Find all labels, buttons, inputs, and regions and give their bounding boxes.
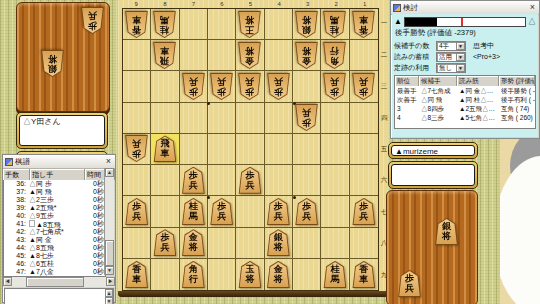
board-square-3六[interactable]	[293, 165, 321, 196]
board-square-6一[interactable]	[208, 9, 236, 40]
sente-name-plate: ▲murizeme	[388, 142, 478, 159]
kifu-comment-box[interactable]: ▲ ▼	[4, 288, 114, 304]
board-square-6九[interactable]	[208, 259, 236, 290]
analysis-control-row: 読みの蓄積活用▼<Pro+3>	[394, 51, 536, 62]
kifu-move-row[interactable]: 39:▲2五飛*0秒	[4, 204, 105, 212]
evaluation-bar-row: ▲ △	[394, 16, 536, 27]
board-square-4八[interactable]: 銀 将	[265, 228, 293, 259]
board-square-3一[interactable]: 銀 将	[293, 9, 321, 40]
kifu-move-row[interactable]: 47:▲7八金0秒	[4, 268, 105, 276]
shogi-piece-王将[interactable]: 王 将	[238, 11, 261, 38]
board-grid: 香 車桂 馬王 将銀 将桂 馬香 車飛 車金 将金 将角 行歩 兵歩 兵歩 兵歩…	[122, 8, 379, 291]
evaluation-bar-marker	[461, 18, 463, 26]
board-square-3八[interactable]	[293, 228, 321, 259]
shogi-piece-歩兵[interactable]: 歩 兵	[125, 198, 148, 225]
board-square-9五[interactable]: 歩 兵	[123, 134, 151, 165]
board-square-7二[interactable]	[180, 40, 208, 71]
board-square-9二[interactable]	[123, 40, 151, 71]
board-square-7三[interactable]: 歩 兵	[180, 71, 208, 102]
board-square-2一[interactable]: 桂 馬	[321, 9, 349, 40]
board-square-5二[interactable]: 金 将	[236, 40, 264, 71]
file-label-3: 3	[293, 0, 322, 8]
file-label-4: 4	[265, 0, 294, 8]
board-square-7四[interactable]	[180, 103, 208, 134]
chevron-down-icon[interactable]: ▼	[456, 42, 465, 50]
board-square-5九[interactable]: 玉 将	[236, 259, 264, 290]
board-square-4六[interactable]	[265, 165, 293, 196]
board-square-4五[interactable]	[265, 134, 293, 165]
shogi-piece-桂馬[interactable]: 桂 馬	[323, 11, 346, 38]
board-square-8一[interactable]: 桂 馬	[151, 9, 179, 40]
shogi-piece-香車[interactable]: 香 車	[352, 261, 375, 288]
shogi-piece-歩兵[interactable]: 歩 兵	[295, 104, 318, 131]
gote-name-label: △Y田さん	[19, 115, 105, 146]
shogi-piece-金将[interactable]: 金 将	[267, 261, 290, 288]
kifu-move-row[interactable]: 43:▲同 金0秒	[4, 236, 105, 244]
board-square-5六[interactable]: 歩 兵	[236, 165, 264, 196]
file-label-8: 8	[151, 0, 180, 8]
board-square-5五[interactable]	[236, 134, 264, 165]
close-icon[interactable]: ×	[528, 3, 537, 12]
board-square-2九[interactable]: 桂 馬	[321, 259, 349, 290]
scroll-up-icon[interactable]: ▲	[105, 289, 113, 297]
shogi-piece-歩兵[interactable]: 歩 兵	[267, 73, 290, 100]
scroll-right-icon[interactable]: ▶	[106, 277, 115, 286]
rank-label-一: 一	[380, 8, 388, 39]
kifu-header-moveno: 手数	[3, 169, 30, 180]
board-square-2三[interactable]: 歩 兵	[321, 71, 349, 102]
candidate-table-header: 順位候補手読み筋形勢 (評価値)	[395, 76, 535, 86]
board-square-1八[interactable]	[350, 228, 378, 259]
analysis-window-title: 検討	[403, 3, 526, 13]
shogi-piece-歩兵[interactable]: 歩 兵	[210, 198, 233, 225]
close-icon[interactable]: ×	[104, 157, 113, 166]
kifu-vertical-scrollbar[interactable]: ▲ ▼	[104, 168, 114, 275]
board-square-5一[interactable]: 王 将	[236, 9, 264, 40]
sente-mark: ▲	[394, 17, 402, 27]
scrollbar-thumb[interactable]	[105, 240, 114, 266]
shogi-piece-歩兵[interactable]: 歩 兵	[182, 167, 205, 194]
analysis-control-row: 定跡の利用無し▼	[394, 62, 536, 73]
kifu-move-list[interactable]: 36:△同 歩0秒37:▲同 飛0秒38:△2三歩0秒39:▲2五飛*0秒40:…	[3, 180, 106, 277]
board-square-4三[interactable]: 歩 兵	[265, 71, 293, 102]
board-square-8六[interactable]	[151, 165, 179, 196]
board-square-8九[interactable]	[151, 259, 179, 290]
board-square-4四[interactable]	[265, 103, 293, 134]
kifu-move-row[interactable]: 42:△7七角成*0秒	[4, 228, 105, 236]
board-square-6五[interactable]	[208, 134, 236, 165]
board-square-7八[interactable]: 金 将	[180, 228, 208, 259]
shogi-piece-金将[interactable]: 金 将	[238, 42, 261, 69]
board-square-5三[interactable]: 歩 兵	[236, 71, 264, 102]
shogi-piece-歩兵[interactable]: 歩 兵	[352, 73, 375, 100]
kifu-move-row[interactable]: 36:△同 歩0秒	[4, 180, 105, 188]
board-square-9四[interactable]	[123, 103, 151, 134]
board-square-7六[interactable]: 歩 兵	[180, 165, 208, 196]
rank-label-三: 三	[380, 71, 388, 102]
sente-name-label: ▲murizeme	[391, 145, 475, 156]
board-square-6六[interactable]	[208, 165, 236, 196]
scroll-up-icon[interactable]: ▲	[105, 168, 114, 177]
shogi-piece-歩兵[interactable]: 歩 兵	[125, 135, 148, 162]
shogi-piece-歩兵[interactable]: 歩 兵	[352, 198, 375, 225]
kifu-window-icon	[5, 158, 13, 166]
kifu-move-row[interactable]: 41:▲8五飛0秒	[4, 220, 105, 228]
board-square-2四[interactable]	[321, 103, 349, 134]
board-square-9三[interactable]	[123, 71, 151, 102]
board-square-7五[interactable]	[180, 134, 208, 165]
shogi-piece-歩兵[interactable]: 歩 兵	[323, 73, 346, 100]
board-square-8三[interactable]	[151, 71, 179, 102]
board-square-2六[interactable]	[321, 165, 349, 196]
scroll-down-icon[interactable]: ▼	[105, 266, 114, 275]
board-square-9九[interactable]: 香 車	[123, 259, 151, 290]
board-square-9七[interactable]: 歩 兵	[123, 196, 151, 227]
candidate-move-row[interactable]: 3△8四歩▲2五飛△…互角 ( 74)	[395, 104, 535, 113]
shogi-piece-角行[interactable]: 角 行	[182, 261, 205, 288]
board-square-9一[interactable]: 香 車	[123, 9, 151, 40]
board-square-7七[interactable]: 桂 馬	[180, 196, 208, 227]
board-square-1九[interactable]: 香 車	[350, 259, 378, 290]
shogi-piece-歩兵[interactable]: 歩 兵	[398, 270, 421, 297]
board-square-6七[interactable]: 歩 兵	[208, 196, 236, 227]
board-bottom-edge	[118, 291, 388, 297]
file-label-1: 1	[351, 0, 380, 8]
board-square-5四[interactable]	[236, 103, 264, 134]
board-square-9八[interactable]	[123, 228, 151, 259]
chevron-down-icon[interactable]: ▼	[456, 53, 465, 61]
file-label-9: 9	[122, 0, 151, 8]
board-square-1七[interactable]: 歩 兵	[350, 196, 378, 227]
board-square-2七[interactable]	[321, 196, 349, 227]
shogi-piece-銀将[interactable]: 銀 将	[435, 218, 458, 245]
board-square-8二[interactable]: 飛 車	[151, 40, 179, 71]
board-square-5七[interactable]	[236, 196, 264, 227]
analysis-window: 検討 × ▲ △ 後手勝勢 (評価値 -2379) 候補手の数4手▼思考中読みの…	[390, 0, 540, 139]
board-square-4一[interactable]	[265, 9, 293, 40]
mascot-body	[500, 156, 540, 304]
analysis-window-icon	[393, 4, 401, 12]
board-square-6二[interactable]	[208, 40, 236, 71]
board-square-3七[interactable]: 歩 兵	[293, 196, 321, 227]
shogi-piece-歩兵[interactable]: 歩 兵	[238, 167, 261, 194]
shogi-piece-歩兵[interactable]: 歩 兵	[81, 7, 104, 34]
gote-captured-stand: 歩 兵銀 将	[16, 2, 110, 112]
dropdown-候補手の数[interactable]: 4手▼	[436, 41, 466, 51]
board-square-3二[interactable]: 金 将	[293, 40, 321, 71]
board-square-7一[interactable]	[180, 9, 208, 40]
candidate-move-row[interactable]: 次善手△同 飛▲同 桂△…後手有利 ( -562)	[395, 95, 535, 104]
kifu-move-row[interactable]: 38:△2三歩0秒	[4, 196, 105, 204]
kifu-move-row[interactable]: 46:△6五桂0秒	[4, 260, 105, 268]
shogi-piece-銀将[interactable]: 銀 将	[267, 229, 290, 256]
sente-captured-stand: 銀 将歩 兵	[386, 190, 478, 304]
board-square-3五[interactable]	[293, 134, 321, 165]
shogi-piece-銀将[interactable]: 銀 将	[41, 50, 64, 77]
shogi-piece-歩兵[interactable]: 歩 兵	[153, 229, 176, 256]
kifu-column-headers: 手数 指し手 時間	[3, 169, 115, 180]
scrollbar-thumb[interactable]	[26, 277, 84, 287]
kifu-move-row[interactable]: 45:▲8七歩0秒	[4, 252, 105, 260]
kifu-horizontal-scrollbar[interactable]: ◀ ▶	[3, 277, 115, 287]
board-square-8四[interactable]	[151, 103, 179, 134]
board-square-8八[interactable]: 歩 兵	[151, 228, 179, 259]
shogi-piece-銀将[interactable]: 銀 将	[295, 11, 318, 38]
evaluation-bar	[404, 17, 526, 27]
evaluation-status: 後手勝勢 (評価値 -2379)	[395, 28, 536, 38]
shogi-piece-歩兵[interactable]: 歩 兵	[295, 198, 318, 225]
candidate-moves-table[interactable]: 順位候補手読み筋形勢 (評価値)最善手△7七角成▲同 金△…後手勝勢 ( -23…	[394, 75, 536, 129]
board-square-1三[interactable]: 歩 兵	[350, 71, 378, 102]
board-square-1一[interactable]: 香 車	[350, 9, 378, 40]
kifu-move-row[interactable]: 37:▲同 飛0秒	[4, 188, 105, 196]
shogi-piece-歩兵[interactable]: 歩 兵	[182, 73, 205, 100]
board-square-4七[interactable]: 歩 兵	[265, 196, 293, 227]
kifu-move-row[interactable]: 44:△8五飛0秒	[4, 244, 105, 252]
file-label-7: 7	[179, 0, 208, 8]
board-square-1四[interactable]	[350, 103, 378, 134]
gote-name-plate: △Y田さん	[16, 112, 108, 149]
board-square-3九[interactable]	[293, 259, 321, 290]
board-square-1五[interactable]	[350, 134, 378, 165]
shogi-piece-飛車[interactable]: 飛 車	[153, 135, 176, 162]
analysis-control-row: 候補手の数4手▼思考中	[394, 40, 536, 51]
board-square-3三[interactable]	[293, 71, 321, 102]
shogi-piece-歩兵[interactable]: 歩 兵	[210, 73, 233, 100]
shogi-piece-玉将[interactable]: 玉 将	[238, 261, 261, 288]
chevron-down-icon[interactable]: ▼	[456, 64, 465, 72]
current-move-marker	[29, 220, 35, 227]
dropdown-読みの蓄積[interactable]: 活用▼	[436, 52, 466, 62]
board-square-7九[interactable]: 角 行	[180, 259, 208, 290]
shogi-piece-桂馬[interactable]: 桂 馬	[323, 261, 346, 288]
shogi-piece-香車[interactable]: 香 車	[125, 11, 148, 38]
shogi-board: 987654321 一二三四五六七八九 香 車桂 馬王 将銀 将桂 馬香 車飛 …	[118, 0, 388, 297]
kifu-move-row[interactable]: 40:△9五歩0秒	[4, 212, 105, 220]
board-square-1六[interactable]	[350, 165, 378, 196]
board-square-2二[interactable]: 角 行	[321, 40, 349, 71]
shogi-piece-香車[interactable]: 香 車	[125, 261, 148, 288]
board-square-2八[interactable]	[321, 228, 349, 259]
shogi-app-window: 歩 兵銀 将 △Y田さん 987654321 一二三四五六七八九 香 車桂 馬王…	[0, 0, 540, 304]
shogi-piece-桂馬[interactable]: 桂 馬	[182, 198, 205, 225]
sente-info-plate	[388, 161, 478, 189]
gote-mark: △	[528, 17, 536, 27]
kifu-window: 棋譜 × 手数 指し手 時間 36:△同 歩0秒37:▲同 飛0秒38:△2三歩…	[2, 154, 116, 303]
dropdown-定跡の利用[interactable]: 無し▼	[436, 63, 466, 73]
file-label-2: 2	[322, 0, 351, 8]
board-square-2五[interactable]	[321, 134, 349, 165]
candidate-move-row[interactable]: 4△8三歩▲5七角△…互角 ( 260)	[395, 113, 535, 122]
analysis-body: ▲ △ 後手勝勢 (評価値 -2379) 候補手の数4手▼思考中読みの蓄積活用▼…	[392, 14, 538, 137]
shogi-piece-歩兵[interactable]: 歩 兵	[238, 73, 261, 100]
shogi-piece-飛車[interactable]: 飛 車	[153, 42, 176, 69]
shogi-piece-桂馬[interactable]: 桂 馬	[153, 11, 176, 38]
file-labels: 987654321	[122, 0, 379, 8]
candidate-move-row[interactable]: 最善手△7七角成▲同 金△…後手勝勢 ( -2379)	[395, 86, 535, 95]
analysis-titlebar[interactable]: 検討 ×	[391, 1, 539, 15]
analysis-controls: 候補手の数4手▼思考中読みの蓄積活用▼<Pro+3>定跡の利用無し▼	[394, 40, 536, 73]
board-square-4二[interactable]	[265, 40, 293, 71]
board-square-8七[interactable]	[151, 196, 179, 227]
board-square-5八[interactable]	[236, 228, 264, 259]
board-square-9六[interactable]	[123, 165, 151, 196]
kifu-titlebar[interactable]: 棋譜 ×	[3, 155, 115, 169]
rank-label-五: 五	[380, 134, 388, 165]
file-label-6: 6	[208, 0, 237, 8]
shogi-piece-歩兵[interactable]: 歩 兵	[267, 198, 290, 225]
scroll-left-icon[interactable]: ◀	[3, 277, 12, 286]
evaluation-bar-fill	[405, 18, 437, 26]
scroll-down-icon[interactable]: ▼	[105, 297, 113, 304]
board-square-8五[interactable]: 飛 車	[151, 134, 179, 165]
shogi-piece-香車[interactable]: 香 車	[352, 11, 375, 38]
kifu-window-title: 棋譜	[15, 157, 102, 167]
board-square-1二[interactable]	[350, 40, 378, 71]
board-square-6三[interactable]: 歩 兵	[208, 71, 236, 102]
board-square-6四[interactable]	[208, 103, 236, 134]
kifu-header-move: 指し手	[30, 169, 85, 180]
shogi-piece-金将[interactable]: 金 将	[295, 42, 318, 69]
shogi-piece-角行[interactable]: 角 行	[323, 42, 346, 69]
rank-label-四: 四	[380, 102, 388, 133]
board-square-6八[interactable]	[208, 228, 236, 259]
file-label-5: 5	[236, 0, 265, 8]
shogi-piece-金将[interactable]: 金 将	[182, 229, 205, 256]
rank-label-二: 二	[380, 39, 388, 70]
board-square-4九[interactable]: 金 将	[265, 259, 293, 290]
board-square-3四[interactable]: 歩 兵	[293, 103, 321, 134]
